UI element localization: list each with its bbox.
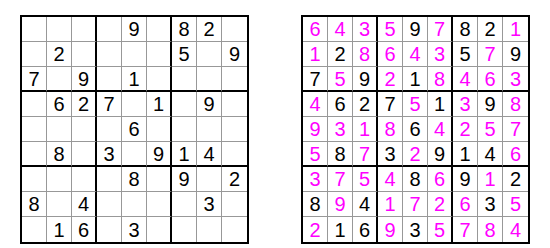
cell-r3c2-solved: 5 [328, 67, 353, 92]
cell-r7c4-empty [97, 167, 122, 192]
cell-r3c6-solved: 8 [428, 67, 453, 92]
cell-r9c4-empty [97, 217, 122, 242]
cell-r5c4-solved: 8 [378, 117, 403, 142]
cell-r1c3-empty [72, 17, 97, 42]
cell-r8c2-empty [47, 192, 72, 217]
sudoku-solution-board: 6435978211286435797592184634627513989318… [301, 15, 530, 244]
cell-r4c4-given: 7 [97, 92, 122, 117]
cell-r9c8-empty [197, 217, 222, 242]
cell-r9c4-solved: 9 [378, 217, 403, 242]
cell-r3c6-empty [147, 67, 172, 92]
cell-r1c3-solved: 3 [353, 17, 378, 42]
cell-r1c9-solved: 1 [503, 17, 528, 42]
cell-r2c1-solved: 1 [303, 42, 328, 67]
cell-r3c8-solved: 6 [478, 67, 503, 92]
cell-r3c1-given: 7 [22, 67, 47, 92]
cell-r8c5-empty [122, 192, 147, 217]
cell-r2c9-given: 9 [503, 42, 528, 67]
sudoku-boards-container: 98225979162719683914892843163 6435978211… [0, 0, 550, 244]
cell-r2c5-empty [122, 42, 147, 67]
cell-r7c7-given: 9 [453, 167, 478, 192]
cell-r2c4-solved: 6 [378, 42, 403, 67]
cell-r2c7-given: 5 [172, 42, 197, 67]
cell-r2c6-empty [147, 42, 172, 67]
cell-r3c1-given: 7 [303, 67, 328, 92]
cell-r3c5-given: 1 [403, 67, 428, 92]
cell-r3c9-solved: 3 [503, 67, 528, 92]
sudoku-puzzle-board: 98225979162719683914892843163 [20, 15, 249, 244]
cell-r8c7-solved: 6 [453, 192, 478, 217]
cell-r8c4-empty [97, 192, 122, 217]
cell-r4c9-empty [222, 92, 247, 117]
cell-r6c2-given: 8 [47, 142, 72, 167]
cell-r6c5-empty [122, 142, 147, 167]
cell-r9c9-solved: 4 [503, 217, 528, 242]
cell-r1c6-empty [147, 17, 172, 42]
cell-r9c7-empty [172, 217, 197, 242]
cell-r9c5-given: 3 [403, 217, 428, 242]
cell-r4c6-given: 1 [147, 92, 172, 117]
cell-r5c7-empty [172, 117, 197, 142]
cell-r4c2-given: 6 [47, 92, 72, 117]
cell-r4c3-given: 2 [72, 92, 97, 117]
cell-r2c7-given: 5 [453, 42, 478, 67]
cell-r6c3-solved: 7 [353, 142, 378, 167]
cell-r5c5-given: 6 [122, 117, 147, 142]
cell-r6c4-given: 3 [97, 142, 122, 167]
cell-r7c3-solved: 5 [353, 167, 378, 192]
cell-r5c6-empty [147, 117, 172, 142]
cell-r2c2-given: 2 [47, 42, 72, 67]
cell-r8c9-solved: 5 [503, 192, 528, 217]
cell-r3c4-solved: 2 [378, 67, 403, 92]
cell-r6c8-given: 4 [197, 142, 222, 167]
cell-r4c4-given: 7 [378, 92, 403, 117]
cell-r8c8-given: 3 [478, 192, 503, 217]
cell-r2c1-empty [22, 42, 47, 67]
cell-r8c1-given: 8 [303, 192, 328, 217]
cell-r1c5-given: 9 [122, 17, 147, 42]
cell-r7c5-given: 8 [403, 167, 428, 192]
cell-r6c4-given: 3 [378, 142, 403, 167]
cell-r5c6-solved: 4 [428, 117, 453, 142]
cell-r2c4-empty [97, 42, 122, 67]
cell-r8c3-given: 4 [353, 192, 378, 217]
cell-r6c6-given: 9 [428, 142, 453, 167]
cell-r4c8-given: 9 [197, 92, 222, 117]
cell-r3c2-empty [47, 67, 72, 92]
cell-r7c1-solved: 3 [303, 167, 328, 192]
cell-r7c9-given: 2 [503, 167, 528, 192]
cell-r5c3-solved: 1 [353, 117, 378, 142]
cell-r9c1-solved: 2 [303, 217, 328, 242]
cell-r4c5-empty [122, 92, 147, 117]
cell-r2c9-given: 9 [222, 42, 247, 67]
cell-r4c9-solved: 8 [503, 92, 528, 117]
cell-r8c2-solved: 9 [328, 192, 353, 217]
cell-r1c4-solved: 5 [378, 17, 403, 42]
cell-r1c1-solved: 6 [303, 17, 328, 42]
cell-r5c1-solved: 9 [303, 117, 328, 142]
cell-r6c1-solved: 5 [303, 142, 328, 167]
cell-r4c7-solved: 3 [453, 92, 478, 117]
cell-r3c8-empty [197, 67, 222, 92]
cell-r9c7-solved: 7 [453, 217, 478, 242]
cell-r8c4-solved: 1 [378, 192, 403, 217]
cell-r3c3-given: 9 [353, 67, 378, 92]
cell-r7c5-given: 8 [122, 167, 147, 192]
cell-r8c9-empty [222, 192, 247, 217]
cell-r7c1-empty [22, 167, 47, 192]
cell-r4c5-solved: 5 [403, 92, 428, 117]
cell-r5c9-empty [222, 117, 247, 142]
cell-r6c9-empty [222, 142, 247, 167]
cell-r3c5-given: 1 [122, 67, 147, 92]
cell-r5c4-empty [97, 117, 122, 142]
cell-r6c2-given: 8 [328, 142, 353, 167]
cell-r3c9-empty [222, 67, 247, 92]
cell-r6c6-given: 9 [147, 142, 172, 167]
cell-r7c8-solved: 1 [478, 167, 503, 192]
cell-r7c6-empty [147, 167, 172, 192]
cell-r2c8-empty [197, 42, 222, 67]
cell-r8c6-empty [147, 192, 172, 217]
cell-r1c2-solved: 4 [328, 17, 353, 42]
cell-r9c9-empty [222, 217, 247, 242]
cell-r4c1-empty [22, 92, 47, 117]
cell-r1c4-empty [97, 17, 122, 42]
cell-r7c3-empty [72, 167, 97, 192]
cell-r3c7-solved: 4 [453, 67, 478, 92]
cell-r7c4-solved: 4 [378, 167, 403, 192]
cell-r5c9-solved: 7 [503, 117, 528, 142]
cell-r2c5-solved: 4 [403, 42, 428, 67]
cell-r4c2-given: 6 [328, 92, 353, 117]
cell-r1c8-given: 2 [478, 17, 503, 42]
cell-r8c7-empty [172, 192, 197, 217]
cell-r4c8-given: 9 [478, 92, 503, 117]
cell-r9c3-given: 6 [72, 217, 97, 242]
cell-r6c1-empty [22, 142, 47, 167]
cell-r1c1-empty [22, 17, 47, 42]
cell-r5c7-solved: 2 [453, 117, 478, 142]
cell-r3c3-given: 9 [72, 67, 97, 92]
cell-r1c2-empty [47, 17, 72, 42]
cell-r7c6-solved: 6 [428, 167, 453, 192]
cell-r2c3-empty [72, 42, 97, 67]
cell-r1c7-given: 8 [453, 17, 478, 42]
cell-r2c8-solved: 7 [478, 42, 503, 67]
cell-r6c5-solved: 2 [403, 142, 428, 167]
cell-r3c4-empty [97, 67, 122, 92]
cell-r8c6-solved: 2 [428, 192, 453, 217]
cell-r2c6-solved: 3 [428, 42, 453, 67]
cell-r1c6-solved: 7 [428, 17, 453, 42]
cell-r5c8-solved: 5 [478, 117, 503, 142]
cell-r1c7-given: 8 [172, 17, 197, 42]
cell-r4c3-given: 2 [353, 92, 378, 117]
cell-r6c8-given: 4 [478, 142, 503, 167]
cell-r5c2-empty [47, 117, 72, 142]
cell-r6c9-solved: 6 [503, 142, 528, 167]
cell-r4c1-solved: 4 [303, 92, 328, 117]
cell-r9c8-solved: 8 [478, 217, 503, 242]
cell-r3c7-empty [172, 67, 197, 92]
cell-r5c1-empty [22, 117, 47, 142]
cell-r7c2-solved: 7 [328, 167, 353, 192]
cell-r1c5-given: 9 [403, 17, 428, 42]
cell-r5c3-empty [72, 117, 97, 142]
cell-r1c8-given: 2 [197, 17, 222, 42]
cell-r6c7-given: 1 [453, 142, 478, 167]
cell-r9c6-solved: 5 [428, 217, 453, 242]
cell-r6c3-empty [72, 142, 97, 167]
cell-r5c2-solved: 3 [328, 117, 353, 142]
cell-r9c2-given: 1 [328, 217, 353, 242]
cell-r1c9-empty [222, 17, 247, 42]
cell-r2c2-given: 2 [328, 42, 353, 67]
cell-r7c9-given: 2 [222, 167, 247, 192]
cell-r9c6-empty [147, 217, 172, 242]
cell-r8c8-given: 3 [197, 192, 222, 217]
cell-r8c3-given: 4 [72, 192, 97, 217]
cell-r4c6-given: 1 [428, 92, 453, 117]
cell-r2c3-solved: 8 [353, 42, 378, 67]
cell-r5c5-given: 6 [403, 117, 428, 142]
cell-r9c5-given: 3 [122, 217, 147, 242]
cell-r5c8-empty [197, 117, 222, 142]
cell-r9c3-given: 6 [353, 217, 378, 242]
cell-r9c1-empty [22, 217, 47, 242]
cell-r9c2-given: 1 [47, 217, 72, 242]
cell-r7c7-given: 9 [172, 167, 197, 192]
cell-r7c8-empty [197, 167, 222, 192]
cell-r8c5-solved: 7 [403, 192, 428, 217]
cell-r7c2-empty [47, 167, 72, 192]
cell-r6c7-given: 1 [172, 142, 197, 167]
cell-r4c7-empty [172, 92, 197, 117]
cell-r8c1-given: 8 [22, 192, 47, 217]
